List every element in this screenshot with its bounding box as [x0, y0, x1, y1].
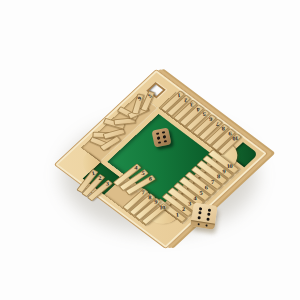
die-pip	[198, 211, 201, 214]
tile-number: 5	[142, 171, 145, 177]
die-pip	[162, 131, 165, 134]
tile-number: 2	[184, 97, 187, 103]
die-pip	[158, 141, 161, 144]
die-pip	[163, 135, 166, 138]
tile-number: 9	[155, 200, 158, 205]
die-pip	[206, 224, 208, 226]
tile-number: 5	[203, 111, 206, 117]
tile-number: 8	[222, 125, 225, 131]
tile-number: 10	[226, 163, 232, 169]
die-pip	[156, 132, 159, 135]
die-pip	[199, 207, 202, 210]
die-on-felt[interactable]	[151, 127, 171, 147]
die-pip	[206, 217, 209, 220]
shut-the-box-board: 12345678910123456789101234567891065	[54, 69, 269, 249]
tile-number: 9	[229, 130, 232, 136]
die-pip	[197, 223, 199, 225]
tile-number: 6	[137, 95, 143, 101]
tile-number: 3	[187, 201, 190, 207]
tile-number: 6	[148, 176, 152, 182]
tile-number: 3	[191, 101, 194, 107]
die-pip	[207, 213, 210, 216]
tile-number: 5	[199, 190, 202, 196]
tile-number: 4	[193, 196, 196, 202]
tile-number: 8	[148, 195, 151, 201]
tile-number: 6	[210, 116, 213, 122]
tile-number: 2	[98, 176, 101, 182]
product-photo-scene: 12345678910123456789101234567891065	[0, 0, 300, 300]
tile-number: 4	[197, 106, 200, 112]
tile-number: 4	[135, 166, 138, 172]
die-pip	[197, 216, 200, 219]
die-pip	[208, 208, 211, 211]
tile-number: 10	[159, 206, 165, 211]
tile-number: 9	[222, 169, 225, 175]
die-outside[interactable]	[190, 202, 217, 229]
tile-number: 5	[148, 92, 153, 98]
tile-number: 1	[175, 212, 178, 218]
tile-number: 7	[142, 190, 145, 196]
tile-number: 2	[181, 206, 184, 212]
die-pip	[164, 140, 167, 143]
tile-number: 10	[233, 136, 239, 142]
tile-number: 7	[210, 179, 213, 185]
tile-number: 6	[204, 185, 207, 191]
tile-number: 1	[178, 92, 181, 98]
tile-number: 1	[91, 170, 95, 176]
die-pip	[157, 137, 160, 140]
tile-number: 7	[216, 121, 219, 127]
tile-number: 3	[106, 181, 109, 186]
tile-number: 8	[216, 174, 219, 180]
